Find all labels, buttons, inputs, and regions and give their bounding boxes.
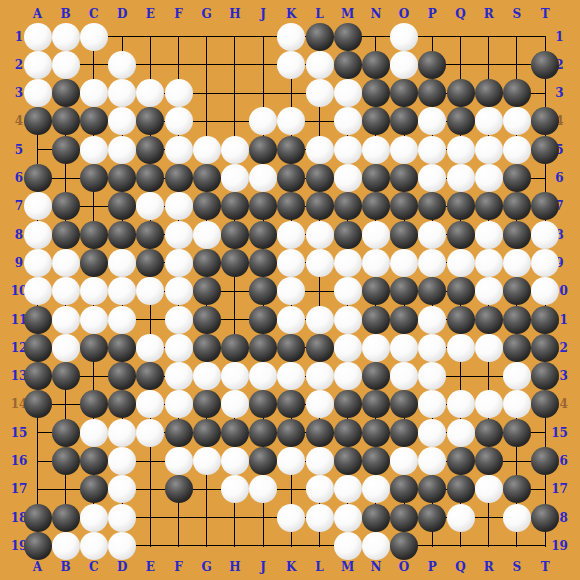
stone-black-O3[interactable] xyxy=(390,79,418,107)
stone-white-B1[interactable] xyxy=(52,23,80,51)
stone-white-O16[interactable] xyxy=(390,447,418,475)
stone-white-K11[interactable] xyxy=(277,306,305,334)
stone-white-E3[interactable] xyxy=(136,79,164,107)
stone-white-R12[interactable] xyxy=(475,334,503,362)
stone-black-S12[interactable] xyxy=(503,334,531,362)
stone-white-D19[interactable] xyxy=(108,532,136,560)
stone-black-N4[interactable] xyxy=(362,107,390,135)
stone-white-G8[interactable] xyxy=(193,221,221,249)
stone-black-L1[interactable] xyxy=(306,23,334,51)
stone-white-P11[interactable] xyxy=(418,306,446,334)
stone-white-C5[interactable] xyxy=(80,136,108,164)
stone-black-J12[interactable] xyxy=(249,334,277,362)
stone-black-S6[interactable] xyxy=(503,164,531,192)
stone-black-A12[interactable] xyxy=(24,334,52,362)
stone-white-H14[interactable] xyxy=(221,390,249,418)
stone-white-F11[interactable] xyxy=(165,306,193,334)
stone-black-H7[interactable] xyxy=(221,192,249,220)
stone-white-K2[interactable] xyxy=(277,51,305,79)
stone-white-N9[interactable] xyxy=(362,249,390,277)
stone-black-T2[interactable] xyxy=(531,51,559,79)
stone-black-R15[interactable] xyxy=(475,419,503,447)
stone-black-A13[interactable] xyxy=(24,362,52,390)
stone-white-T10[interactable] xyxy=(531,277,559,305)
stone-white-Q14[interactable] xyxy=(447,390,475,418)
stone-white-M3[interactable] xyxy=(334,79,362,107)
stone-black-G12[interactable] xyxy=(193,334,221,362)
stone-white-M6[interactable] xyxy=(334,164,362,192)
stone-white-D11[interactable] xyxy=(108,306,136,334)
stone-black-M7[interactable] xyxy=(334,192,362,220)
stone-white-F10[interactable] xyxy=(165,277,193,305)
stone-white-G13[interactable] xyxy=(193,362,221,390)
stone-white-T8[interactable] xyxy=(531,221,559,249)
stone-black-O17[interactable] xyxy=(390,475,418,503)
stone-white-K18[interactable] xyxy=(277,504,305,532)
stone-black-A6[interactable] xyxy=(24,164,52,192)
stone-black-B5[interactable] xyxy=(52,136,80,164)
stone-black-T4[interactable] xyxy=(531,107,559,135)
stone-black-O6[interactable] xyxy=(390,164,418,192)
stone-white-P12[interactable] xyxy=(418,334,446,362)
stone-black-S11[interactable] xyxy=(503,306,531,334)
stone-black-J8[interactable] xyxy=(249,221,277,249)
stone-black-G15[interactable] xyxy=(193,419,221,447)
stone-white-L17[interactable] xyxy=(306,475,334,503)
stone-white-P13[interactable] xyxy=(418,362,446,390)
stone-white-M10[interactable] xyxy=(334,277,362,305)
stone-black-A14[interactable] xyxy=(24,390,52,418)
stone-white-O9[interactable] xyxy=(390,249,418,277)
stone-white-L9[interactable] xyxy=(306,249,334,277)
stone-black-S17[interactable] xyxy=(503,475,531,503)
stone-white-D15[interactable] xyxy=(108,419,136,447)
stone-black-E6[interactable] xyxy=(136,164,164,192)
stone-black-C4[interactable] xyxy=(80,107,108,135)
stone-black-P7[interactable] xyxy=(418,192,446,220)
stone-black-Q3[interactable] xyxy=(447,79,475,107)
stone-white-Q15[interactable] xyxy=(447,419,475,447)
stone-white-N19[interactable] xyxy=(362,532,390,560)
stone-black-J9[interactable] xyxy=(249,249,277,277)
stone-black-T12[interactable] xyxy=(531,334,559,362)
stone-black-N7[interactable] xyxy=(362,192,390,220)
stone-black-A18[interactable] xyxy=(24,504,52,532)
stone-white-C18[interactable] xyxy=(80,504,108,532)
stone-white-F5[interactable] xyxy=(165,136,193,164)
stone-white-L18[interactable] xyxy=(306,504,334,532)
stone-white-D17[interactable] xyxy=(108,475,136,503)
stone-black-M16[interactable] xyxy=(334,447,362,475)
stone-black-J16[interactable] xyxy=(249,447,277,475)
stone-white-M12[interactable] xyxy=(334,334,362,362)
stone-white-J17[interactable] xyxy=(249,475,277,503)
col-label-bottom-T: T xyxy=(541,560,550,574)
stone-black-O7[interactable] xyxy=(390,192,418,220)
stone-black-B13[interactable] xyxy=(52,362,80,390)
stone-white-D18[interactable] xyxy=(108,504,136,532)
stone-black-Q11[interactable] xyxy=(447,306,475,334)
stone-white-H5[interactable] xyxy=(221,136,249,164)
stone-white-Q12[interactable] xyxy=(447,334,475,362)
stone-white-F9[interactable] xyxy=(165,249,193,277)
stone-white-T9[interactable] xyxy=(531,249,559,277)
stone-black-P18[interactable] xyxy=(418,504,446,532)
stone-white-C3[interactable] xyxy=(80,79,108,107)
stone-white-S13[interactable] xyxy=(503,362,531,390)
stone-black-J7[interactable] xyxy=(249,192,277,220)
stone-white-A3[interactable] xyxy=(24,79,52,107)
stone-white-J4[interactable] xyxy=(249,107,277,135)
stone-black-S10[interactable] xyxy=(503,277,531,305)
stone-white-F7[interactable] xyxy=(165,192,193,220)
stone-black-O19[interactable] xyxy=(390,532,418,560)
stone-black-T5[interactable] xyxy=(531,136,559,164)
col-label-top-G: G xyxy=(202,7,212,21)
stone-white-D16[interactable] xyxy=(108,447,136,475)
stone-white-E14[interactable] xyxy=(136,390,164,418)
stone-white-E12[interactable] xyxy=(136,334,164,362)
stone-black-N18[interactable] xyxy=(362,504,390,532)
stone-white-F13[interactable] xyxy=(165,362,193,390)
stone-black-S8[interactable] xyxy=(503,221,531,249)
stone-black-F17[interactable] xyxy=(165,475,193,503)
stone-black-N11[interactable] xyxy=(362,306,390,334)
stone-black-P2[interactable] xyxy=(418,51,446,79)
stone-black-N6[interactable] xyxy=(362,164,390,192)
stone-white-B10[interactable] xyxy=(52,277,80,305)
stone-white-Q5[interactable] xyxy=(447,136,475,164)
stone-black-R7[interactable] xyxy=(475,192,503,220)
stone-black-Q17[interactable] xyxy=(447,475,475,503)
stone-black-G14[interactable] xyxy=(193,390,221,418)
stone-black-N15[interactable] xyxy=(362,419,390,447)
stone-black-B15[interactable] xyxy=(52,419,80,447)
stone-black-D13[interactable] xyxy=(108,362,136,390)
stone-black-N16[interactable] xyxy=(362,447,390,475)
stone-black-J14[interactable] xyxy=(249,390,277,418)
row-label-left-3: 3 xyxy=(15,86,23,100)
stone-black-B4[interactable] xyxy=(52,107,80,135)
stone-black-T13[interactable] xyxy=(531,362,559,390)
stone-black-M14[interactable] xyxy=(334,390,362,418)
stone-white-B2[interactable] xyxy=(52,51,80,79)
stone-black-O18[interactable] xyxy=(390,504,418,532)
stone-white-C10[interactable] xyxy=(80,277,108,305)
stone-white-B12[interactable] xyxy=(52,334,80,362)
stone-white-Q9[interactable] xyxy=(447,249,475,277)
stone-white-F16[interactable] xyxy=(165,447,193,475)
stone-white-O2[interactable] xyxy=(390,51,418,79)
stone-black-R11[interactable] xyxy=(475,306,503,334)
stone-black-N13[interactable] xyxy=(362,362,390,390)
stone-black-P17[interactable] xyxy=(418,475,446,503)
stone-black-S15[interactable] xyxy=(503,419,531,447)
stone-black-H15[interactable] xyxy=(221,419,249,447)
stone-black-S3[interactable] xyxy=(503,79,531,107)
stone-white-D2[interactable] xyxy=(108,51,136,79)
stone-white-B9[interactable] xyxy=(52,249,80,277)
stone-black-G7[interactable] xyxy=(193,192,221,220)
stone-black-B18[interactable] xyxy=(52,504,80,532)
stone-white-D3[interactable] xyxy=(108,79,136,107)
stone-black-H12[interactable] xyxy=(221,334,249,362)
stone-white-L13[interactable] xyxy=(306,362,334,390)
stone-white-L16[interactable] xyxy=(306,447,334,475)
stone-white-Q18[interactable] xyxy=(447,504,475,532)
stone-white-E7[interactable] xyxy=(136,192,164,220)
col-label-bottom-A: A xyxy=(33,560,42,574)
stone-white-E10[interactable] xyxy=(136,277,164,305)
stone-white-P8[interactable] xyxy=(418,221,446,249)
stone-black-D8[interactable] xyxy=(108,221,136,249)
stone-black-L6[interactable] xyxy=(306,164,334,192)
stone-white-J6[interactable] xyxy=(249,164,277,192)
stone-black-Q7[interactable] xyxy=(447,192,475,220)
stone-black-C17[interactable] xyxy=(80,475,108,503)
stone-black-E4[interactable] xyxy=(136,107,164,135)
stone-white-M13[interactable] xyxy=(334,362,362,390)
stone-black-D14[interactable] xyxy=(108,390,136,418)
stone-black-L12[interactable] xyxy=(306,334,334,362)
stone-black-M15[interactable] xyxy=(334,419,362,447)
stone-black-O10[interactable] xyxy=(390,277,418,305)
stone-black-E8[interactable] xyxy=(136,221,164,249)
stone-white-A8[interactable] xyxy=(24,221,52,249)
stone-white-R6[interactable] xyxy=(475,164,503,192)
go-board[interactable]: AABBCCDDEEFFGGHHJJKKLLMMNNOOPPQQRRSSTT11… xyxy=(0,0,580,580)
stone-black-T14[interactable] xyxy=(531,390,559,418)
stone-white-R5[interactable] xyxy=(475,136,503,164)
stone-black-C8[interactable] xyxy=(80,221,108,249)
stone-white-H6[interactable] xyxy=(221,164,249,192)
stone-black-L7[interactable] xyxy=(306,192,334,220)
stone-black-Q16[interactable] xyxy=(447,447,475,475)
stone-white-A9[interactable] xyxy=(24,249,52,277)
stone-white-K8[interactable] xyxy=(277,221,305,249)
stone-white-F8[interactable] xyxy=(165,221,193,249)
stone-black-A19[interactable] xyxy=(24,532,52,560)
stone-white-D4[interactable] xyxy=(108,107,136,135)
stone-black-O15[interactable] xyxy=(390,419,418,447)
stone-black-B8[interactable] xyxy=(52,221,80,249)
stone-white-G16[interactable] xyxy=(193,447,221,475)
stone-white-R8[interactable] xyxy=(475,221,503,249)
stone-black-O11[interactable] xyxy=(390,306,418,334)
stone-white-P9[interactable] xyxy=(418,249,446,277)
stone-black-E13[interactable] xyxy=(136,362,164,390)
stone-black-M2[interactable] xyxy=(334,51,362,79)
stone-black-R3[interactable] xyxy=(475,79,503,107)
stone-black-T18[interactable] xyxy=(531,504,559,532)
stone-black-H8[interactable] xyxy=(221,221,249,249)
stone-white-S18[interactable] xyxy=(503,504,531,532)
stone-black-O14[interactable] xyxy=(390,390,418,418)
stone-white-B19[interactable] xyxy=(52,532,80,560)
stone-black-R16[interactable] xyxy=(475,447,503,475)
stone-black-T7[interactable] xyxy=(531,192,559,220)
stone-black-G6[interactable] xyxy=(193,164,221,192)
stone-white-O1[interactable] xyxy=(390,23,418,51)
stone-white-C15[interactable] xyxy=(80,419,108,447)
stone-white-K9[interactable] xyxy=(277,249,305,277)
stone-black-N14[interactable] xyxy=(362,390,390,418)
stone-white-K13[interactable] xyxy=(277,362,305,390)
stone-black-G9[interactable] xyxy=(193,249,221,277)
stone-black-H9[interactable] xyxy=(221,249,249,277)
stone-black-C16[interactable] xyxy=(80,447,108,475)
stone-white-P15[interactable] xyxy=(418,419,446,447)
stone-black-Q10[interactable] xyxy=(447,277,475,305)
stone-white-C19[interactable] xyxy=(80,532,108,560)
stone-white-P6[interactable] xyxy=(418,164,446,192)
stone-white-B11[interactable] xyxy=(52,306,80,334)
stone-white-G5[interactable] xyxy=(193,136,221,164)
stone-black-J5[interactable] xyxy=(249,136,277,164)
stone-white-A10[interactable] xyxy=(24,277,52,305)
stone-black-M8[interactable] xyxy=(334,221,362,249)
stone-white-L5[interactable] xyxy=(306,136,334,164)
stone-black-P3[interactable] xyxy=(418,79,446,107)
stone-black-J15[interactable] xyxy=(249,419,277,447)
stone-white-S9[interactable] xyxy=(503,249,531,277)
stone-white-K1[interactable] xyxy=(277,23,305,51)
stone-black-S7[interactable] xyxy=(503,192,531,220)
stone-white-F14[interactable] xyxy=(165,390,193,418)
stone-white-P16[interactable] xyxy=(418,447,446,475)
stone-black-O8[interactable] xyxy=(390,221,418,249)
stone-black-P10[interactable] xyxy=(418,277,446,305)
stone-white-H17[interactable] xyxy=(221,475,249,503)
stone-white-J13[interactable] xyxy=(249,362,277,390)
stone-white-L14[interactable] xyxy=(306,390,334,418)
stone-black-C14[interactable] xyxy=(80,390,108,418)
stone-black-K6[interactable] xyxy=(277,164,305,192)
stone-black-J10[interactable] xyxy=(249,277,277,305)
stone-black-J11[interactable] xyxy=(249,306,277,334)
stone-white-M17[interactable] xyxy=(334,475,362,503)
stone-white-Q6[interactable] xyxy=(447,164,475,192)
stone-white-L3[interactable] xyxy=(306,79,334,107)
stone-black-M1[interactable] xyxy=(334,23,362,51)
stone-black-D7[interactable] xyxy=(108,192,136,220)
stone-white-H16[interactable] xyxy=(221,447,249,475)
stone-white-R17[interactable] xyxy=(475,475,503,503)
stone-white-N17[interactable] xyxy=(362,475,390,503)
stone-black-O4[interactable] xyxy=(390,107,418,135)
stone-black-G11[interactable] xyxy=(193,306,221,334)
stone-white-M18[interactable] xyxy=(334,504,362,532)
stone-white-K4[interactable] xyxy=(277,107,305,135)
stone-white-A7[interactable] xyxy=(24,192,52,220)
stone-black-B16[interactable] xyxy=(52,447,80,475)
stone-white-M5[interactable] xyxy=(334,136,362,164)
col-label-bottom-M: M xyxy=(341,560,354,574)
stone-white-P4[interactable] xyxy=(418,107,446,135)
stone-white-F4[interactable] xyxy=(165,107,193,135)
stone-black-F15[interactable] xyxy=(165,419,193,447)
stone-black-T11[interactable] xyxy=(531,306,559,334)
stone-black-K14[interactable] xyxy=(277,390,305,418)
stone-white-M19[interactable] xyxy=(334,532,362,560)
stone-white-P5[interactable] xyxy=(418,136,446,164)
col-label-bottom-F: F xyxy=(174,560,183,574)
stone-white-O5[interactable] xyxy=(390,136,418,164)
stone-black-B3[interactable] xyxy=(52,79,80,107)
col-label-top-Q: Q xyxy=(455,7,465,21)
stone-white-M4[interactable] xyxy=(334,107,362,135)
stone-white-L2[interactable] xyxy=(306,51,334,79)
stone-white-L8[interactable] xyxy=(306,221,334,249)
stone-black-C6[interactable] xyxy=(80,164,108,192)
stone-white-R9[interactable] xyxy=(475,249,503,277)
stone-black-C12[interactable] xyxy=(80,334,108,362)
stone-white-S5[interactable] xyxy=(503,136,531,164)
stone-black-D6[interactable] xyxy=(108,164,136,192)
stone-white-E15[interactable] xyxy=(136,419,164,447)
stone-white-K10[interactable] xyxy=(277,277,305,305)
stone-black-E5[interactable] xyxy=(136,136,164,164)
stone-black-K15[interactable] xyxy=(277,419,305,447)
stone-black-E9[interactable] xyxy=(136,249,164,277)
col-label-top-C: C xyxy=(89,7,99,21)
stone-white-S4[interactable] xyxy=(503,107,531,135)
stone-white-M9[interactable] xyxy=(334,249,362,277)
stone-white-R14[interactable] xyxy=(475,390,503,418)
stone-white-N5[interactable] xyxy=(362,136,390,164)
stone-white-O13[interactable] xyxy=(390,362,418,390)
stone-white-D5[interactable] xyxy=(108,136,136,164)
stone-white-S14[interactable] xyxy=(503,390,531,418)
stone-white-D10[interactable] xyxy=(108,277,136,305)
stone-black-N3[interactable] xyxy=(362,79,390,107)
stone-white-L11[interactable] xyxy=(306,306,334,334)
stone-white-P14[interactable] xyxy=(418,390,446,418)
stone-white-A1[interactable] xyxy=(24,23,52,51)
stone-black-Q4[interactable] xyxy=(447,107,475,135)
stone-white-C1[interactable] xyxy=(80,23,108,51)
stone-black-N2[interactable] xyxy=(362,51,390,79)
stone-black-T16[interactable] xyxy=(531,447,559,475)
stone-white-M11[interactable] xyxy=(334,306,362,334)
stone-black-A11[interactable] xyxy=(24,306,52,334)
stone-black-G10[interactable] xyxy=(193,277,221,305)
stone-white-F12[interactable] xyxy=(165,334,193,362)
stone-black-A4[interactable] xyxy=(24,107,52,135)
stone-white-C11[interactable] xyxy=(80,306,108,334)
stone-white-K16[interactable] xyxy=(277,447,305,475)
stone-black-Q8[interactable] xyxy=(447,221,475,249)
stone-black-F6[interactable] xyxy=(165,164,193,192)
stone-black-K5[interactable] xyxy=(277,136,305,164)
stone-black-K7[interactable] xyxy=(277,192,305,220)
stone-white-D9[interactable] xyxy=(108,249,136,277)
stone-white-O12[interactable] xyxy=(390,334,418,362)
stone-black-B7[interactable] xyxy=(52,192,80,220)
stone-black-N10[interactable] xyxy=(362,277,390,305)
stone-black-D12[interactable] xyxy=(108,334,136,362)
stone-black-C9[interactable] xyxy=(80,249,108,277)
stone-white-H13[interactable] xyxy=(221,362,249,390)
stone-white-N8[interactable] xyxy=(362,221,390,249)
stone-black-K12[interactable] xyxy=(277,334,305,362)
stone-white-R4[interactable] xyxy=(475,107,503,135)
stone-white-F3[interactable] xyxy=(165,79,193,107)
stone-white-N12[interactable] xyxy=(362,334,390,362)
stone-black-L15[interactable] xyxy=(306,419,334,447)
stone-white-A2[interactable] xyxy=(24,51,52,79)
stone-white-R10[interactable] xyxy=(475,277,503,305)
